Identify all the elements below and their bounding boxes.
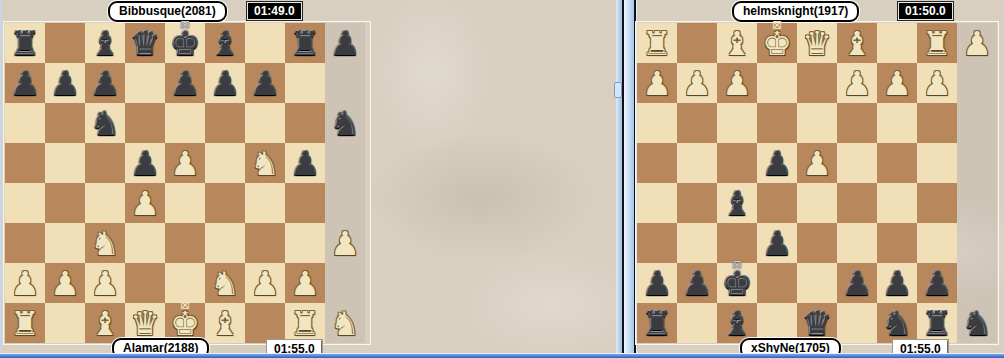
- square-left-b8[interactable]: [45, 23, 85, 63]
- black-pawn-piece: ♟: [837, 263, 877, 303]
- white-pawn-piece: ♟: [717, 63, 757, 103]
- square-right-b5[interactable]: [877, 183, 917, 223]
- holding-right-white-pawn[interactable]: ♟: [957, 23, 997, 63]
- white-pawn-piece: ♟: [165, 143, 205, 183]
- white-pawn-piece: ♟: [285, 263, 325, 303]
- square-right-b2[interactable]: ♟: [877, 63, 917, 103]
- square-right-h7[interactable]: ♟: [637, 263, 677, 303]
- square-right-a8[interactable]: ♜: [917, 303, 957, 343]
- black-bishop-piece: ♝: [717, 303, 757, 343]
- square-right-g6[interactable]: [677, 223, 717, 263]
- holding-left-white-pawn[interactable]: ♟: [325, 223, 365, 263]
- white-queen-piece: ♛: [797, 23, 837, 63]
- black-pawn-piece: ♟: [757, 143, 797, 183]
- holding-left-white-knight[interactable]: ♞: [325, 303, 365, 343]
- square-left-f3[interactable]: [205, 223, 245, 263]
- white-knight-piece: ♞: [85, 223, 125, 263]
- square-left-a3[interactable]: [5, 223, 45, 263]
- white-rook-piece: ♜: [917, 23, 957, 63]
- square-right-a1[interactable]: ♜: [917, 23, 957, 63]
- square-right-d3[interactable]: [797, 103, 837, 143]
- square-right-g1[interactable]: [677, 23, 717, 63]
- white-bishop-piece: ♝: [85, 303, 125, 343]
- square-right-d7[interactable]: [797, 263, 837, 303]
- square-left-g6[interactable]: [245, 103, 285, 143]
- square-right-h3[interactable]: [637, 103, 677, 143]
- square-right-a5[interactable]: [917, 183, 957, 223]
- clock-right-top: 01:50.0: [898, 2, 953, 20]
- square-right-f7[interactable]: ♚: [717, 263, 757, 303]
- square-left-g8[interactable]: [245, 23, 285, 63]
- square-right-c7[interactable]: ♟: [837, 263, 877, 303]
- square-left-h5[interactable]: ♟: [285, 143, 325, 183]
- square-left-d2[interactable]: [125, 263, 165, 303]
- white-queen-piece: ♛: [125, 303, 165, 343]
- square-right-h6[interactable]: [637, 223, 677, 263]
- square-left-b6[interactable]: [45, 103, 85, 143]
- white-pawn-piece: ♟: [85, 263, 125, 303]
- white-bishop-piece: ♝: [205, 303, 245, 343]
- black-knight-piece: ♞: [957, 303, 997, 343]
- square-right-c1[interactable]: ♝: [837, 23, 877, 63]
- square-right-f5[interactable]: ♝: [717, 183, 757, 223]
- square-left-c1[interactable]: ♝: [85, 303, 125, 343]
- white-bishop-piece: ♝: [837, 23, 877, 63]
- white-pawn-piece: ♟: [245, 263, 285, 303]
- black-king-piece: ♚: [165, 23, 205, 63]
- black-pawn-piece: ♟: [165, 63, 205, 103]
- square-right-e4[interactable]: ♟: [757, 143, 797, 183]
- square-left-c3[interactable]: ♞: [85, 223, 125, 263]
- square-left-a1[interactable]: ♜: [5, 303, 45, 343]
- square-left-e7[interactable]: ♟: [165, 63, 205, 103]
- square-left-e4[interactable]: [165, 183, 205, 223]
- white-knight-piece: ♞: [205, 263, 245, 303]
- white-pawn-piece: ♟: [917, 63, 957, 103]
- square-right-g8[interactable]: [677, 303, 717, 343]
- white-pawn-piece: ♟: [677, 63, 717, 103]
- square-right-b4[interactable]: [877, 143, 917, 183]
- square-right-a3[interactable]: [917, 103, 957, 143]
- black-pawn-piece: ♟: [45, 63, 85, 103]
- black-king-piece: ♚: [717, 263, 757, 303]
- square-left-a4[interactable]: [5, 183, 45, 223]
- black-pawn-piece: ♟: [285, 143, 325, 183]
- square-left-a2[interactable]: ♟: [5, 263, 45, 303]
- square-left-c6[interactable]: ♞: [85, 103, 125, 143]
- square-left-c7[interactable]: ♟: [85, 63, 125, 103]
- square-right-d1[interactable]: ♛: [797, 23, 837, 63]
- square-left-h7[interactable]: [285, 63, 325, 103]
- square-right-c6[interactable]: [837, 223, 877, 263]
- square-right-f8[interactable]: ♝: [717, 303, 757, 343]
- square-left-d3[interactable]: [125, 223, 165, 263]
- square-left-e3[interactable]: [165, 223, 205, 263]
- square-right-b6[interactable]: [877, 223, 917, 263]
- bottom-window-edge: [0, 353, 1004, 358]
- holding-left-black-knight[interactable]: ♞: [325, 103, 365, 143]
- square-left-a5[interactable]: [5, 143, 45, 183]
- square-right-e3[interactable]: [757, 103, 797, 143]
- square-left-h6[interactable]: [285, 103, 325, 143]
- square-right-g5[interactable]: [677, 183, 717, 223]
- square-right-d8[interactable]: ♛: [797, 303, 837, 343]
- black-bishop-piece: ♝: [717, 183, 757, 223]
- black-pawn-piece: ♟: [757, 223, 797, 263]
- black-knight-piece: ♞: [85, 103, 125, 143]
- clock-left-top: 01:49.0: [247, 2, 302, 20]
- square-right-h2[interactable]: ♟: [637, 63, 677, 103]
- square-right-d5[interactable]: [797, 183, 837, 223]
- square-left-h1[interactable]: ♜: [285, 303, 325, 343]
- holding-right-black-knight[interactable]: ♞: [957, 303, 997, 343]
- square-right-f3[interactable]: [717, 103, 757, 143]
- white-pawn-piece: ♟: [797, 143, 837, 183]
- black-knight-piece: ♞: [325, 103, 365, 143]
- square-left-a7[interactable]: ♟: [5, 63, 45, 103]
- square-right-e6[interactable]: ♟: [757, 223, 797, 263]
- square-right-g7[interactable]: ♟: [677, 263, 717, 303]
- black-pawn-piece: ♟: [245, 63, 285, 103]
- square-left-a8[interactable]: ♜: [5, 23, 45, 63]
- white-pawn-piece: ♟: [325, 223, 365, 263]
- square-right-a2[interactable]: ♟: [917, 63, 957, 103]
- square-right-f6[interactable]: [717, 223, 757, 263]
- square-left-e1[interactable]: ♚: [165, 303, 205, 343]
- square-left-b2[interactable]: ♟: [45, 263, 85, 303]
- square-right-d4[interactable]: ♟: [797, 143, 837, 183]
- black-pawn-piece: ♟: [5, 63, 45, 103]
- square-right-c4[interactable]: [837, 143, 877, 183]
- square-left-e6[interactable]: [165, 103, 205, 143]
- square-right-c2[interactable]: ♟: [837, 63, 877, 103]
- square-left-f8[interactable]: ♝: [205, 23, 245, 63]
- square-left-b3[interactable]: [45, 223, 85, 263]
- black-pawn-piece: ♟: [677, 263, 717, 303]
- white-pawn-piece: ♟: [877, 63, 917, 103]
- square-right-b8[interactable]: ♞: [877, 303, 917, 343]
- square-left-c2[interactable]: ♟: [85, 263, 125, 303]
- black-bishop-piece: ♝: [85, 23, 125, 63]
- square-right-h4[interactable]: [637, 143, 677, 183]
- black-rook-piece: ♜: [637, 303, 677, 343]
- bughouse-interface: Bibbusque(2081) 01:49.0 ♜♝♛♚♝♜♟♟♟♟♟♟♞♟♟♞…: [0, 0, 1004, 358]
- black-rook-piece: ♜: [917, 303, 957, 343]
- holding-left-black-pawn[interactable]: ♟: [325, 23, 365, 63]
- square-right-h1[interactable]: ♜: [637, 23, 677, 63]
- white-pawn-piece: ♟: [5, 263, 45, 303]
- square-right-g4[interactable]: [677, 143, 717, 183]
- square-left-h4[interactable]: [285, 183, 325, 223]
- square-left-d8[interactable]: ♛: [125, 23, 165, 63]
- black-rook-piece: ♜: [5, 23, 45, 63]
- left-window-border: [0, 0, 2, 358]
- white-pawn-piece: ♟: [125, 183, 165, 223]
- square-left-g2[interactable]: ♟: [245, 263, 285, 303]
- black-pawn-piece: ♟: [877, 263, 917, 303]
- square-left-g5[interactable]: ♞: [245, 143, 285, 183]
- white-king-piece: ♚: [757, 23, 797, 63]
- white-rook-piece: ♜: [5, 303, 45, 343]
- player-name-right-top: helmsknight(1917): [732, 1, 859, 22]
- holdings-column-right: ♟♞: [957, 23, 997, 343]
- square-right-h5[interactable]: [637, 183, 677, 223]
- square-left-f7[interactable]: ♟: [205, 63, 245, 103]
- square-left-h3[interactable]: [285, 223, 325, 263]
- square-right-a4[interactable]: [917, 143, 957, 183]
- white-knight-piece: ♞: [325, 303, 365, 343]
- white-pawn-piece: ♟: [837, 63, 877, 103]
- chess-board-left: ♜♝♛♚♝♜♟♟♟♟♟♟♞♟♟♞♟♟♞♟♟♟♞♟♟♜♝♛♚♝♜: [5, 23, 325, 343]
- square-left-g7[interactable]: ♟: [245, 63, 285, 103]
- white-rook-piece: ♜: [285, 303, 325, 343]
- square-left-d1[interactable]: ♛: [125, 303, 165, 343]
- white-bishop-piece: ♝: [717, 23, 757, 63]
- square-right-f4[interactable]: [717, 143, 757, 183]
- chess-board-right: ♜♝♚♛♝♜♟♟♟♟♟♟♟♟♝♟♟♟♚♟♟♟♜♝♛♞♜: [637, 23, 957, 343]
- square-right-f2[interactable]: ♟: [717, 63, 757, 103]
- black-pawn-piece: ♟: [205, 63, 245, 103]
- square-left-b5[interactable]: [45, 143, 85, 183]
- holdings-column-left: ♟♞♟♞: [325, 23, 365, 343]
- square-right-c5[interactable]: [837, 183, 877, 223]
- square-right-b7[interactable]: ♟: [877, 263, 917, 303]
- square-left-e8[interactable]: ♚: [165, 23, 205, 63]
- square-right-e2[interactable]: [757, 63, 797, 103]
- divider-strip-inner: [624, 0, 634, 358]
- square-left-g1[interactable]: [245, 303, 285, 343]
- square-left-e5[interactable]: ♟: [165, 143, 205, 183]
- square-left-f4[interactable]: [205, 183, 245, 223]
- square-left-f5[interactable]: [205, 143, 245, 183]
- square-left-h2[interactable]: ♟: [285, 263, 325, 303]
- black-bishop-piece: ♝: [205, 23, 245, 63]
- square-right-e1[interactable]: ♚: [757, 23, 797, 63]
- square-right-e8[interactable]: [757, 303, 797, 343]
- square-left-f1[interactable]: ♝: [205, 303, 245, 343]
- square-left-d7[interactable]: [125, 63, 165, 103]
- square-right-d2[interactable]: [797, 63, 837, 103]
- square-right-c8[interactable]: [837, 303, 877, 343]
- square-right-g2[interactable]: ♟: [677, 63, 717, 103]
- square-right-f1[interactable]: ♝: [717, 23, 757, 63]
- black-rook-piece: ♜: [285, 23, 325, 63]
- square-left-f6[interactable]: [205, 103, 245, 143]
- black-pawn-piece: ♟: [637, 263, 677, 303]
- square-left-d6[interactable]: [125, 103, 165, 143]
- square-right-h8[interactable]: ♜: [637, 303, 677, 343]
- white-king-piece: ♚: [165, 303, 205, 343]
- white-pawn-piece: ♟: [45, 263, 85, 303]
- square-left-c5[interactable]: [85, 143, 125, 183]
- square-right-d6[interactable]: [797, 223, 837, 263]
- square-left-a6[interactable]: [5, 103, 45, 143]
- square-left-b7[interactable]: ♟: [45, 63, 85, 103]
- square-right-a7[interactable]: ♟: [917, 263, 957, 303]
- square-left-g4[interactable]: [245, 183, 285, 223]
- black-queen-piece: ♛: [797, 303, 837, 343]
- square-left-g3[interactable]: [245, 223, 285, 263]
- square-left-h8[interactable]: ♜: [285, 23, 325, 63]
- white-pawn-piece: ♟: [637, 63, 677, 103]
- black-knight-piece: ♞: [877, 303, 917, 343]
- black-pawn-piece: ♟: [917, 263, 957, 303]
- square-left-d5[interactable]: ♟: [125, 143, 165, 183]
- square-left-b1[interactable]: [45, 303, 85, 343]
- black-pawn-piece: ♟: [325, 23, 365, 63]
- square-left-b4[interactable]: [45, 183, 85, 223]
- square-right-g3[interactable]: [677, 103, 717, 143]
- square-right-b3[interactable]: [877, 103, 917, 143]
- black-pawn-piece: ♟: [125, 143, 165, 183]
- square-right-e7[interactable]: [757, 263, 797, 303]
- white-pawn-piece: ♟: [957, 23, 997, 63]
- black-pawn-piece: ♟: [85, 63, 125, 103]
- square-left-c4[interactable]: [85, 183, 125, 223]
- square-left-e2[interactable]: [165, 263, 205, 303]
- player-name-left-top: Bibbusque(2081): [108, 1, 227, 22]
- square-right-e5[interactable]: [757, 183, 797, 223]
- square-right-c3[interactable]: [837, 103, 877, 143]
- black-queen-piece: ♛: [125, 23, 165, 63]
- white-rook-piece: ♜: [637, 23, 677, 63]
- square-left-d4[interactable]: ♟: [125, 183, 165, 223]
- divider-scrollbar-thumb[interactable]: [614, 82, 622, 98]
- square-right-a6[interactable]: [917, 223, 957, 263]
- square-left-f2[interactable]: ♞: [205, 263, 245, 303]
- square-left-c8[interactable]: ♝: [85, 23, 125, 63]
- square-right-b1[interactable]: [877, 23, 917, 63]
- white-knight-piece: ♞: [245, 143, 285, 183]
